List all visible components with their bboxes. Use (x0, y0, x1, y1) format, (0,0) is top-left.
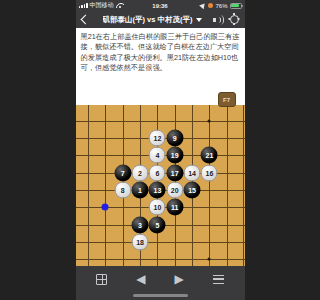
grid-line (76, 242, 245, 243)
location-icon (200, 2, 208, 10)
wifi-icon (116, 3, 124, 8)
stone-white-16: 16 (201, 164, 218, 181)
commentary-text: 黑21在右上部盖住白棋的眼三并于自己的眼三有连接，貌似还不错。但这就给了白棋在左… (76, 28, 245, 78)
stone-white-10: 10 (149, 199, 166, 216)
stone-black-3: 3 (132, 216, 149, 233)
status-bar: 中国移动 19:36 76% (76, 0, 245, 11)
chevron-down-icon (196, 18, 202, 22)
stone-white-4: 4 (149, 147, 166, 164)
grid-line (76, 121, 245, 122)
stone-white-8: 8 (114, 181, 131, 198)
stone-white-20: 20 (166, 181, 183, 198)
star-point (208, 258, 211, 261)
stone-white-18: 18 (132, 233, 149, 250)
stone-black-17: 17 (166, 164, 183, 181)
sound-button[interactable] (213, 15, 224, 25)
stone-black-13: 13 (149, 181, 166, 198)
stone-white-14: 14 (184, 164, 201, 181)
stone-black-5: 5 (149, 216, 166, 233)
stone-black-9: 9 (166, 129, 183, 146)
star-point (208, 119, 211, 122)
stone-black-11: 11 (166, 199, 183, 216)
game-title-dropdown[interactable]: 矶部泰山(平) vs 中村茂(平) (92, 15, 213, 25)
signal-icon (79, 3, 88, 8)
move-coordinate-badge[interactable]: F7 (218, 92, 236, 107)
menu-button[interactable] (213, 275, 224, 284)
suggested-move-marker (102, 204, 109, 211)
battery-percent-label: 76% (215, 3, 227, 9)
stone-black-21: 21 (201, 147, 218, 164)
stone-black-15: 15 (184, 181, 201, 198)
carrier-label: 中国移动 (90, 1, 114, 10)
grid-line (76, 259, 245, 260)
app-screen: 中国移动 19:36 76% 矶部泰山(平) vs 中村茂(平) 黑21在右上部… (76, 0, 245, 300)
home-indicator[interactable] (133, 294, 188, 297)
stone-white-2: 2 (132, 164, 149, 181)
go-board[interactable]: 123456789101112131415161718192021 (76, 105, 245, 266)
stone-white-12: 12 (149, 129, 166, 146)
gear-button[interactable] (230, 15, 239, 24)
clock-label: 19:36 (141, 3, 180, 9)
stone-white-6: 6 (149, 164, 166, 181)
stone-black-19: 19 (166, 147, 183, 164)
board-diagram-button[interactable] (96, 274, 107, 285)
battery-icon (230, 3, 242, 9)
prev-move-button[interactable]: ◀ (136, 273, 145, 285)
alarm-icon (208, 3, 213, 8)
stone-black-1: 1 (132, 181, 149, 198)
stone-black-7: 7 (114, 164, 131, 181)
next-move-button[interactable]: ▶ (175, 273, 184, 285)
title-bar: 矶部泰山(平) vs 中村茂(平) (76, 11, 245, 28)
page-title: 矶部泰山(平) vs 中村茂(平) (103, 15, 193, 25)
back-button[interactable] (76, 11, 92, 28)
